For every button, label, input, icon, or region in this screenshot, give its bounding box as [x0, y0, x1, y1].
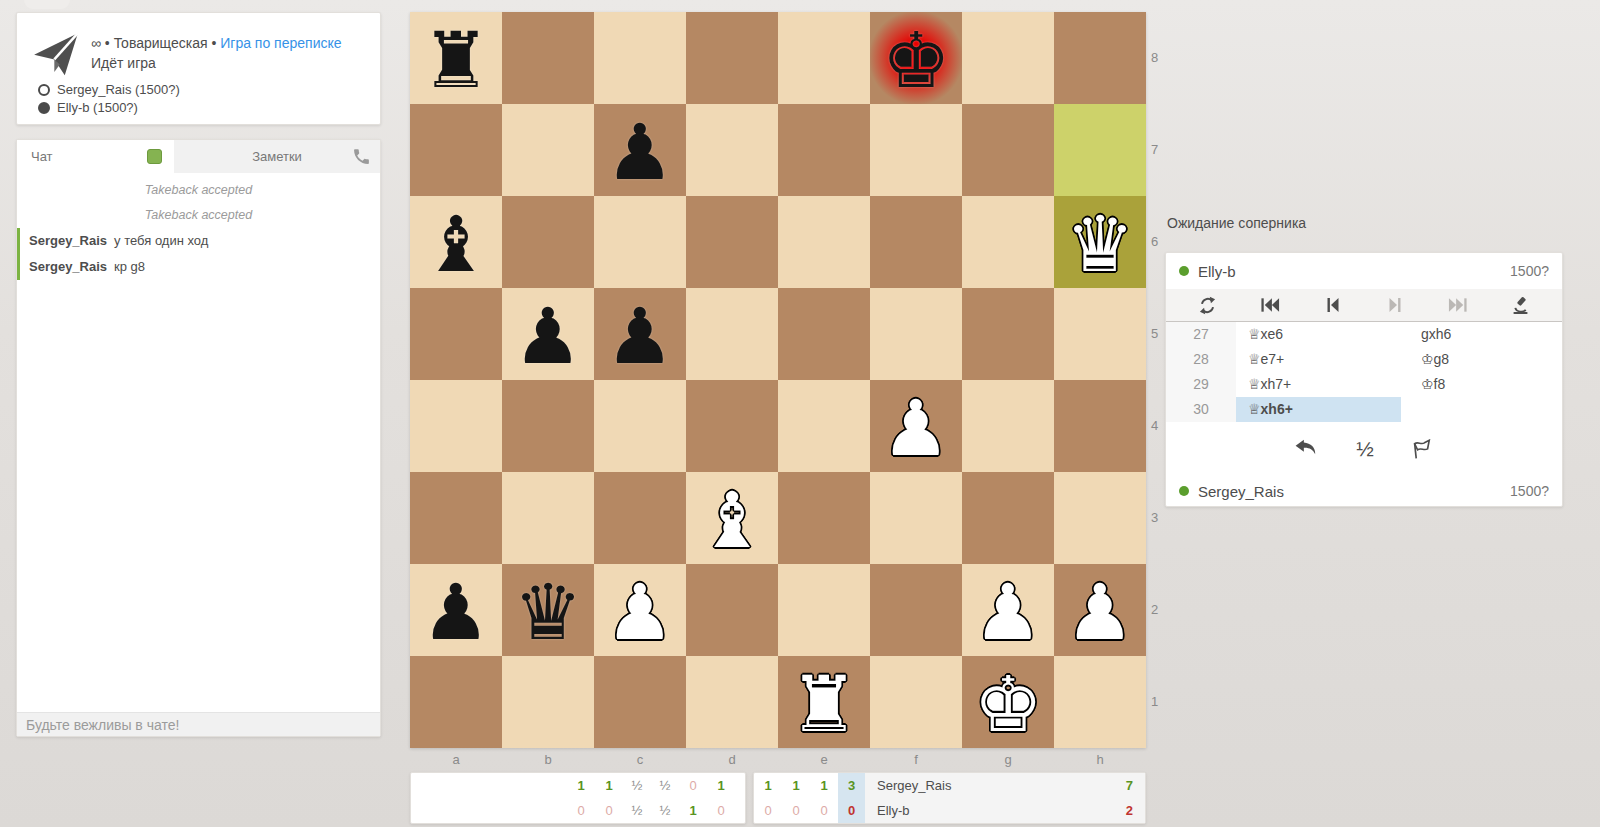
move-list: 27♕xe6gxh628♕e7+♔g829♕xh7+♔f830♕xh6+	[1166, 322, 1562, 422]
square-g8[interactable]	[962, 12, 1054, 104]
game-result[interactable]: 0	[595, 798, 623, 823]
square-d5[interactable]	[686, 288, 778, 380]
chat-panel: Чат Заметки Takeback acceptedTakeback ac…	[16, 139, 381, 737]
square-b6[interactable]	[502, 196, 594, 288]
square-c1[interactable]	[594, 656, 686, 748]
square-d6[interactable]	[686, 196, 778, 288]
game-status: Идёт игра	[91, 55, 156, 71]
move-white[interactable]: ♕e7+	[1236, 347, 1401, 372]
move-white[interactable]: ♕xh6+	[1236, 397, 1401, 422]
game-result[interactable]: 0	[754, 798, 782, 823]
square-b8[interactable]	[502, 12, 594, 104]
square-f5[interactable]	[870, 288, 962, 380]
move-row: 30♕xh6+	[1166, 397, 1562, 422]
square-c2[interactable]: ♟	[594, 564, 686, 656]
square-g4[interactable]	[962, 380, 1054, 472]
player-list: Sergey_Rais (1500?) Elly-b (1500?)	[38, 81, 180, 117]
move-row: 29♕xh7+♔f8	[1166, 372, 1562, 397]
square-d1[interactable]	[686, 656, 778, 748]
square-a2[interactable]: ♟	[410, 564, 502, 656]
online-dot-icon	[1179, 486, 1189, 496]
white-color-icon	[38, 84, 50, 96]
player-black-name[interactable]: Elly-b (1500?)	[57, 100, 138, 115]
game-result[interactable]: ½	[623, 773, 651, 798]
piece-black-queen[interactable]: ♛	[502, 564, 594, 656]
square-h7[interactable]	[1054, 104, 1146, 196]
square-g7[interactable]	[962, 104, 1054, 196]
square-a5[interactable]	[410, 288, 502, 380]
piece-white-pawn[interactable]: ♟	[1054, 564, 1146, 656]
square-f2[interactable]	[870, 564, 962, 656]
piece-white-king[interactable]: ♚	[962, 656, 1054, 748]
square-e5[interactable]	[778, 288, 870, 380]
game-title: ∞ • Товарищеская • Игра по переписке	[91, 35, 342, 51]
previous-move-icon[interactable]	[1320, 294, 1346, 316]
last-move-icon[interactable]	[1445, 294, 1471, 316]
square-h4[interactable]	[1054, 380, 1146, 472]
chat-message: Sergey_Raisкр g8	[17, 254, 380, 280]
file-label-h: h	[1054, 750, 1146, 770]
move-black	[1401, 397, 1562, 422]
square-a4[interactable]	[410, 380, 502, 472]
chat-message-text: кр g8	[114, 259, 145, 274]
first-move-icon[interactable]	[1257, 294, 1283, 316]
game-result[interactable]: 1	[754, 773, 782, 798]
square-f8[interactable]: ♚	[870, 12, 962, 104]
square-d3[interactable]: ♝	[686, 472, 778, 564]
move-black[interactable]: gxh6	[1401, 322, 1562, 347]
square-a7[interactable]	[410, 104, 502, 196]
move-white[interactable]: ♕xe6	[1236, 322, 1401, 347]
file-label-f: f	[870, 750, 962, 770]
piece-black-bishop[interactable]: ♝	[410, 196, 502, 288]
tab-chat[interactable]: Чат	[17, 140, 174, 173]
phone-icon[interactable]	[352, 147, 371, 166]
square-a1[interactable]	[410, 656, 502, 748]
square-f4[interactable]: ♟	[870, 380, 962, 472]
piece-black-rook[interactable]: ♜	[410, 12, 502, 104]
takeback-undo-icon[interactable]	[1292, 438, 1319, 460]
bottom-player-rating: 1500?	[1510, 483, 1549, 499]
square-e7[interactable]	[778, 104, 870, 196]
square-c7[interactable]: ♟	[594, 104, 686, 196]
crosstable-games-row: 11½½01	[411, 773, 745, 798]
move-controls	[1166, 289, 1562, 322]
black-color-icon	[38, 102, 50, 114]
move-row: 28♕e7+♔g8	[1166, 347, 1562, 372]
square-d8[interactable]	[686, 12, 778, 104]
crosstable-games-row: 00½½10	[411, 798, 745, 823]
file-label-g: g	[962, 750, 1054, 770]
square-g6[interactable]	[962, 196, 1054, 288]
offer-draw-button[interactable]: ½	[1356, 437, 1374, 461]
game-result[interactable]: ½	[623, 798, 651, 823]
square-h2[interactable]: ♟	[1054, 564, 1146, 656]
game-result[interactable]: 1	[810, 773, 838, 798]
square-h1[interactable]	[1054, 656, 1146, 748]
move-black[interactable]: ♔g8	[1401, 347, 1562, 372]
piece-black-pawn[interactable]: ♟	[410, 564, 502, 656]
chat-tabs: Чат Заметки	[17, 140, 380, 173]
current-score: 0	[838, 798, 865, 823]
file-label-a: a	[410, 750, 502, 770]
bottom-player-name[interactable]: Sergey_Rais	[1198, 483, 1284, 500]
square-g3[interactable]	[962, 472, 1054, 564]
piece-black-king[interactable]: ♚	[870, 12, 962, 104]
game-info-panel: ∞ • Товарищеская • Игра по переписке Идё…	[16, 12, 381, 125]
total-score: 7	[1099, 773, 1145, 798]
square-a3[interactable]	[410, 472, 502, 564]
move-row: 27♕xe6gxh6	[1166, 322, 1562, 347]
square-c3[interactable]	[594, 472, 686, 564]
chat-toggle-icon[interactable]	[147, 149, 162, 164]
square-b4[interactable]	[502, 380, 594, 472]
chat-input[interactable]	[17, 712, 380, 736]
square-d2[interactable]	[686, 564, 778, 656]
game-result[interactable]: 0	[707, 798, 735, 823]
square-f1[interactable]	[870, 656, 962, 748]
square-g1[interactable]: ♚	[962, 656, 1054, 748]
piece-white-bishop[interactable]: ♝	[686, 472, 778, 564]
rank-label-1: 1	[1151, 656, 1167, 748]
current-score: 3	[838, 773, 865, 798]
chat-message-author[interactable]: Sergey_Rais	[29, 259, 107, 274]
square-d7[interactable]	[686, 104, 778, 196]
game-result[interactable]: 0	[810, 798, 838, 823]
game-result[interactable]: 1	[567, 773, 595, 798]
game-actions: ½	[1166, 425, 1562, 473]
top-player-name[interactable]: Elly-b	[1198, 263, 1236, 280]
player-white-name[interactable]: Sergey_Rais (1500?)	[57, 82, 180, 97]
square-h6[interactable]: ♛	[1054, 196, 1146, 288]
correspondence-paper-plane-icon	[31, 29, 81, 79]
square-e3[interactable]	[778, 472, 870, 564]
game-result[interactable]: 1	[595, 773, 623, 798]
piece-white-pawn[interactable]: ♟	[962, 564, 1054, 656]
square-b3[interactable]	[502, 472, 594, 564]
bottom-player-row: Sergey_Rais 1500?	[1166, 473, 1562, 509]
crosstable-games: 11½½0100½½10	[410, 772, 746, 824]
piece-black-pawn[interactable]: ♟	[594, 104, 686, 196]
player-black-row[interactable]: Elly-b (1500?)	[38, 99, 180, 116]
game-side-panel: Elly-b 1500?	[1165, 252, 1563, 507]
correspondence-link[interactable]: Игра по переписке	[220, 35, 341, 51]
square-a8[interactable]: ♜	[410, 12, 502, 104]
square-h5[interactable]	[1054, 288, 1146, 380]
piece-black-pawn[interactable]: ♟	[502, 288, 594, 380]
online-dot-icon	[1179, 266, 1189, 276]
move-white[interactable]: ♕xh7+	[1236, 372, 1401, 397]
move-number: 27	[1166, 322, 1236, 347]
square-b2[interactable]: ♛	[502, 564, 594, 656]
file-labels: abcdefgh	[410, 750, 1146, 770]
top-player-row: Elly-b 1500?	[1166, 253, 1562, 289]
move-number: 30	[1166, 397, 1236, 422]
piece-white-pawn[interactable]: ♟	[594, 564, 686, 656]
game-title-text: ∞ • Товарищеская •	[91, 35, 216, 51]
crosstable-player-name[interactable]: Sergey_Rais	[865, 773, 1099, 798]
square-e2[interactable]	[778, 564, 870, 656]
next-move-icon[interactable]	[1382, 294, 1408, 316]
file-label-b: b	[502, 750, 594, 770]
file-label-d: d	[686, 750, 778, 770]
square-h8[interactable]	[1054, 12, 1146, 104]
square-a6[interactable]: ♝	[410, 196, 502, 288]
board: ♜♚♟♝♛♟♟♟♝♟♛♟♟♟♜♚	[410, 12, 1146, 748]
rank-label-8: 8	[1151, 12, 1167, 104]
square-f7[interactable]	[870, 104, 962, 196]
game-result[interactable]: 1	[707, 773, 735, 798]
square-e6[interactable]	[778, 196, 870, 288]
game-result[interactable]: ½	[651, 798, 679, 823]
square-f6[interactable]	[870, 196, 962, 288]
square-h3[interactable]	[1054, 472, 1146, 564]
move-number: 29	[1166, 372, 1236, 397]
header-fragment	[24, 0, 70, 9]
piece-white-queen[interactable]: ♛	[1054, 196, 1146, 288]
total-score: 2	[1099, 798, 1145, 823]
file-label-e: e	[778, 750, 870, 770]
chat-message-author[interactable]: Sergey_Rais	[29, 233, 107, 248]
resign-flag-icon[interactable]	[1411, 439, 1436, 460]
piece-white-pawn[interactable]: ♟	[870, 380, 962, 472]
square-b1[interactable]	[502, 656, 594, 748]
square-c8[interactable]	[594, 12, 686, 104]
flip-board-icon[interactable]	[1194, 294, 1220, 316]
square-e8[interactable]	[778, 12, 870, 104]
file-label-c: c	[594, 750, 686, 770]
crosstable-summary-row: 0000Elly-b2	[754, 798, 1145, 823]
square-f3[interactable]	[870, 472, 962, 564]
system-message: Takeback accepted	[17, 203, 380, 228]
move-black[interactable]: ♔f8	[1401, 372, 1562, 397]
square-g2[interactable]: ♟	[962, 564, 1054, 656]
rank-label-7: 7	[1151, 104, 1167, 196]
piece-black-pawn[interactable]: ♟	[594, 288, 686, 380]
square-b5[interactable]: ♟	[502, 288, 594, 380]
waiting-status: Ожидание соперника	[1167, 215, 1306, 231]
crosstable-summary-row: 1113Sergey_Rais7	[754, 773, 1145, 798]
move-number: 28	[1166, 347, 1236, 372]
square-e1[interactable]: ♜	[778, 656, 870, 748]
crosstable-summary: 1113Sergey_Rais70000Elly-b2	[753, 772, 1146, 824]
game-result[interactable]: 0	[782, 798, 810, 823]
top-player-rating: 1500?	[1510, 263, 1549, 279]
piece-white-rook[interactable]: ♜	[778, 656, 870, 748]
square-c5[interactable]: ♟	[594, 288, 686, 380]
square-e4[interactable]	[778, 380, 870, 472]
square-c6[interactable]	[594, 196, 686, 288]
rank-label-2: 2	[1151, 564, 1167, 656]
square-c4[interactable]	[594, 380, 686, 472]
analysis-microscope-icon[interactable]	[1508, 294, 1534, 316]
square-d4[interactable]	[686, 380, 778, 472]
system-message: Takeback accepted	[17, 178, 380, 203]
game-result[interactable]: 1	[782, 773, 810, 798]
tab-notes-label: Заметки	[252, 149, 302, 164]
game-result[interactable]: 0	[567, 798, 595, 823]
game-result[interactable]: 1	[679, 798, 707, 823]
chat-message-list: Takeback acceptedTakeback acceptedSergey…	[17, 173, 380, 712]
square-b7[interactable]	[502, 104, 594, 196]
chat-message: Sergey_Raisу тебя один ход	[17, 228, 380, 254]
chat-message-text: у тебя один ход	[114, 233, 208, 248]
game-result[interactable]: 0	[679, 773, 707, 798]
tab-chat-label: Чат	[31, 149, 53, 164]
square-g5[interactable]	[962, 288, 1054, 380]
tab-notes[interactable]: Заметки	[174, 140, 380, 173]
player-white-row[interactable]: Sergey_Rais (1500?)	[38, 81, 180, 98]
crosstable-player-name[interactable]: Elly-b	[865, 798, 1099, 823]
game-result[interactable]: ½	[651, 773, 679, 798]
